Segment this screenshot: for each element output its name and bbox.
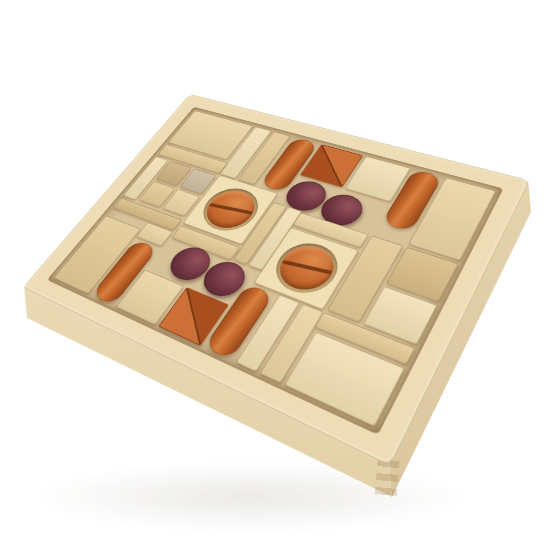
box-joint-teeth (374, 459, 399, 501)
blocks-layer (190, 95, 528, 181)
product-photo-stage (0, 0, 550, 550)
ground-shadow (30, 462, 470, 532)
tray-top-face (23, 94, 530, 466)
